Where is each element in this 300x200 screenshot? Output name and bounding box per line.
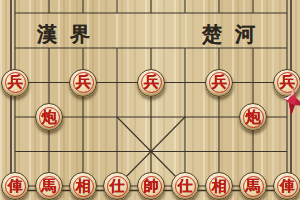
piece-chariot[interactable]: 俥 (1, 172, 29, 200)
river-label-chu-he: 楚河 (202, 21, 268, 48)
piece-glyph: 炮 (42, 109, 57, 124)
piece-chariot[interactable]: 俥 (273, 172, 300, 200)
piece-glyph: 俥 (280, 178, 295, 193)
piece-general[interactable]: 帥 (137, 172, 165, 200)
piece-cannon[interactable]: 炮 (35, 103, 63, 131)
piece-advisor[interactable]: 仕 (103, 172, 131, 200)
piece-cannon[interactable]: 炮 (239, 103, 267, 131)
piece-horse[interactable]: 馬 (239, 172, 267, 200)
red-star-cursor-icon (282, 86, 300, 118)
piece-elephant[interactable]: 相 (69, 172, 97, 200)
piece-soldier[interactable]: 兵 (205, 69, 233, 97)
piece-glyph: 兵 (212, 75, 227, 90)
piece-elephant[interactable]: 相 (205, 172, 233, 200)
river-label-han-jie: 漢界 (37, 21, 103, 48)
piece-glyph: 兵 (76, 75, 91, 90)
piece-glyph: 相 (76, 178, 91, 193)
piece-glyph: 相 (212, 178, 227, 193)
piece-soldier[interactable]: 兵 (1, 69, 29, 97)
piece-glyph: 馬 (42, 178, 57, 193)
piece-glyph: 仕 (178, 178, 193, 193)
piece-soldier[interactable]: 兵 (69, 69, 97, 97)
piece-glyph: 兵 (8, 75, 23, 90)
piece-glyph: 炮 (246, 109, 261, 124)
piece-advisor[interactable]: 仕 (171, 172, 199, 200)
piece-glyph: 馬 (246, 178, 261, 193)
piece-horse[interactable]: 馬 (35, 172, 63, 200)
piece-glyph: 俥 (8, 178, 23, 193)
piece-glyph: 兵 (144, 75, 159, 90)
piece-soldier[interactable]: 兵 (137, 69, 165, 97)
piece-glyph: 帥 (144, 178, 159, 193)
xiangqi-board[interactable]: 漢界 楚河 兵兵兵兵兵炮炮俥馬相仕帥仕相馬俥 (0, 0, 300, 200)
piece-glyph: 仕 (110, 178, 125, 193)
